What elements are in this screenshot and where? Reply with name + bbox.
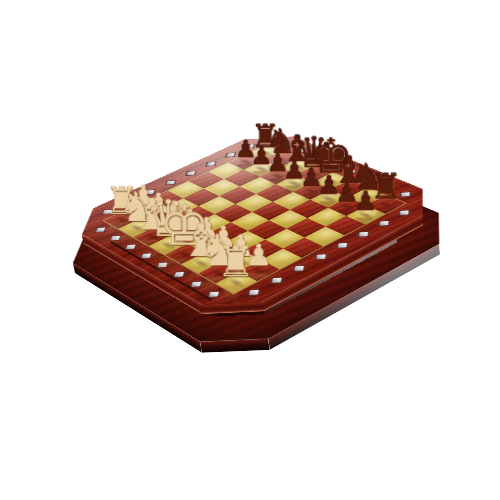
- pawn-glyph: ♟: [335, 153, 397, 215]
- base-wall-corner-near: [200, 339, 270, 353]
- border-inlay-diamond: [317, 254, 326, 259]
- border-inlay-diamond: [207, 162, 215, 166]
- rook-glyph: ♜: [204, 217, 269, 282]
- border-inlay-diamond: [295, 266, 304, 271]
- chess-set-photo: ♜♜♞♞♝♝♛♛♚♚♝♝♞♞♜♜♟♟♟♟♟♟♟♟♟♟♟♟♟♟♟♟♟♟♟♟♟♟♟♟…: [0, 0, 500, 500]
